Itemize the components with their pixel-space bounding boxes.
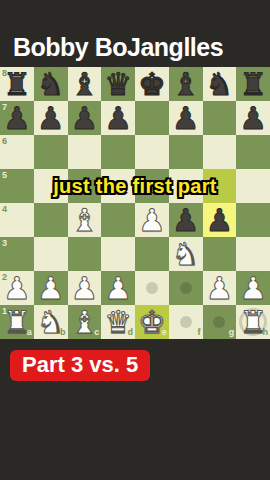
white-knight[interactable]: ♞ — [172, 239, 200, 270]
black-rook[interactable]: ♜ — [3, 69, 31, 100]
square-h7[interactable]: ♟ — [236, 101, 270, 135]
square-d7[interactable]: ♟ — [101, 101, 135, 135]
black-bishop[interactable]: ♝ — [70, 69, 98, 100]
square-d1[interactable]: d♛ — [101, 305, 135, 339]
square-f2[interactable] — [169, 271, 203, 305]
square-d4[interactable] — [101, 203, 135, 237]
white-pawn[interactable]: ♟ — [205, 273, 233, 304]
file-label-g: g — [229, 328, 235, 337]
white-pawn[interactable]: ♟ — [3, 273, 31, 304]
square-g4[interactable]: ♟ — [203, 203, 237, 237]
square-f1[interactable]: f — [169, 305, 203, 339]
square-d2[interactable]: ♟ — [101, 271, 135, 305]
part-badge: Part 3 vs. 5 — [10, 350, 150, 381]
square-f3[interactable]: ♞ — [169, 237, 203, 271]
square-a2[interactable]: 2♟ — [0, 271, 34, 305]
white-rook[interactable]: ♜ — [239, 307, 267, 338]
black-bishop[interactable]: ♝ — [172, 69, 200, 100]
black-pawn[interactable]: ♟ — [172, 205, 200, 236]
white-pawn[interactable]: ♟ — [37, 273, 65, 304]
square-e2[interactable] — [135, 271, 169, 305]
square-e7[interactable] — [135, 101, 169, 135]
square-e3[interactable] — [135, 237, 169, 271]
square-a1[interactable]: 1a♜ — [0, 305, 34, 339]
square-a8[interactable]: 8♜ — [0, 67, 34, 101]
black-pawn[interactable]: ♟ — [172, 103, 200, 134]
white-pawn[interactable]: ♟ — [70, 273, 98, 304]
square-b6[interactable] — [34, 135, 68, 169]
square-a7[interactable]: 7♟ — [0, 101, 34, 135]
square-e6[interactable] — [135, 135, 169, 169]
white-pawn[interactable]: ♟ — [104, 273, 132, 304]
white-bishop[interactable]: ♝ — [70, 205, 98, 236]
square-d3[interactable] — [101, 237, 135, 271]
square-h4[interactable] — [236, 203, 270, 237]
black-queen[interactable]: ♛ — [104, 69, 132, 100]
square-h1[interactable]: h♜ — [236, 305, 270, 339]
black-pawn[interactable]: ♟ — [3, 103, 31, 134]
black-rook[interactable]: ♜ — [239, 69, 267, 100]
black-pawn[interactable]: ♟ — [205, 205, 233, 236]
square-c1[interactable]: c♝ — [68, 305, 102, 339]
white-bishop[interactable]: ♝ — [70, 307, 98, 338]
move-hint-dot-f1[interactable] — [180, 316, 192, 328]
bottom-bar: Part 3 vs. 5 — [0, 339, 270, 480]
white-pawn[interactable]: ♟ — [138, 205, 166, 236]
move-hint-dot-f2[interactable] — [180, 282, 192, 294]
square-a4[interactable]: 4 — [0, 203, 34, 237]
file-label-f: f — [198, 328, 201, 337]
square-b4[interactable] — [34, 203, 68, 237]
square-g2[interactable]: ♟ — [203, 271, 237, 305]
square-c8[interactable]: ♝ — [68, 67, 102, 101]
square-g1[interactable]: g — [203, 305, 237, 339]
move-hint-dot-g1[interactable] — [213, 316, 225, 328]
square-f7[interactable]: ♟ — [169, 101, 203, 135]
subtitle-overlay: just the first part — [0, 169, 270, 203]
black-knight[interactable]: ♞ — [37, 69, 65, 100]
square-b3[interactable] — [34, 237, 68, 271]
rank-label-4: 4 — [2, 205, 7, 214]
chess-board[interactable]: 8♜♞♝♛♚♝♞♜7♟♟♟♟♟♟654♝♟♟♟3♞2♟♟♟♟♟♟1a♜b♞c♝d… — [0, 67, 270, 339]
black-pawn[interactable]: ♟ — [104, 103, 132, 134]
black-king[interactable]: ♚ — [138, 69, 166, 100]
rank-label-3: 3 — [2, 239, 7, 248]
square-g3[interactable] — [203, 237, 237, 271]
square-b2[interactable]: ♟ — [34, 271, 68, 305]
square-d8[interactable]: ♛ — [101, 67, 135, 101]
white-king[interactable]: ♚ — [138, 307, 166, 338]
square-e4[interactable]: ♟ — [135, 203, 169, 237]
square-c6[interactable] — [68, 135, 102, 169]
square-a6[interactable]: 6 — [0, 135, 34, 169]
square-b7[interactable]: ♟ — [34, 101, 68, 135]
square-f6[interactable] — [169, 135, 203, 169]
move-hint-dot-e2[interactable] — [146, 282, 158, 294]
channel-title: Bobby BoJanglles — [13, 35, 223, 60]
square-h2[interactable]: ♟ — [236, 271, 270, 305]
square-c7[interactable]: ♟ — [68, 101, 102, 135]
square-c4[interactable]: ♝ — [68, 203, 102, 237]
square-a3[interactable]: 3 — [0, 237, 34, 271]
square-c2[interactable]: ♟ — [68, 271, 102, 305]
square-d6[interactable] — [101, 135, 135, 169]
square-g6[interactable] — [203, 135, 237, 169]
white-pawn[interactable]: ♟ — [239, 273, 267, 304]
black-pawn[interactable]: ♟ — [37, 103, 65, 134]
square-h3[interactable] — [236, 237, 270, 271]
rank-label-6: 6 — [2, 137, 7, 146]
square-f4[interactable]: ♟ — [169, 203, 203, 237]
square-b1[interactable]: b♞ — [34, 305, 68, 339]
square-g7[interactable] — [203, 101, 237, 135]
white-knight[interactable]: ♞ — [37, 307, 65, 338]
black-pawn[interactable]: ♟ — [239, 103, 267, 134]
square-e8[interactable]: ♚ — [135, 67, 169, 101]
white-rook[interactable]: ♜ — [3, 307, 31, 338]
subtitle-text: just the first part — [53, 175, 217, 198]
square-h8[interactable]: ♜ — [236, 67, 270, 101]
square-e1[interactable]: e♚ — [135, 305, 169, 339]
black-pawn[interactable]: ♟ — [70, 103, 98, 134]
top-bar: Bobby BoJanglles — [0, 0, 270, 67]
square-g8[interactable]: ♞ — [203, 67, 237, 101]
square-b8[interactable]: ♞ — [34, 67, 68, 101]
black-knight[interactable]: ♞ — [205, 69, 233, 100]
square-f8[interactable]: ♝ — [169, 67, 203, 101]
white-queen[interactable]: ♛ — [104, 307, 132, 338]
square-c3[interactable] — [68, 237, 102, 271]
video-frame: Bobby BoJanglles 8♜♞♝♛♚♝♞♜7♟♟♟♟♟♟654♝♟♟♟… — [0, 0, 270, 480]
square-h6[interactable] — [236, 135, 270, 169]
